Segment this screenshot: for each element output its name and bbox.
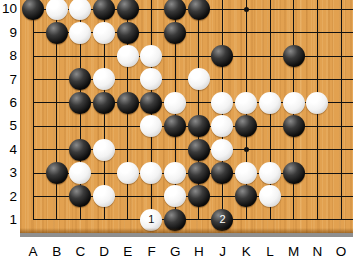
intersection-l2[interactable] [258, 185, 282, 208]
intersection-j5[interactable] [211, 115, 235, 138]
intersection-g3[interactable] [163, 161, 187, 184]
intersection-d7[interactable] [92, 68, 116, 91]
intersection-a3[interactable] [21, 161, 45, 184]
white-stone-j4 [211, 139, 233, 161]
intersection-c2[interactable] [69, 185, 93, 208]
intersection-f10[interactable] [140, 0, 164, 21]
black-stone-m3 [283, 162, 305, 184]
row-label-10: 10 [0, 1, 17, 17]
intersection-j7[interactable] [211, 68, 235, 91]
col-label-b: B [48, 244, 66, 259]
intersection-c9[interactable] [69, 21, 93, 44]
intersection-o7[interactable] [329, 68, 353, 91]
intersection-d10[interactable] [92, 0, 116, 21]
row-label-7: 7 [0, 72, 17, 88]
white-stone-d9 [93, 22, 115, 44]
row-label-2: 2 [0, 189, 17, 205]
intersection-j4[interactable] [211, 138, 235, 161]
col-label-g: G [166, 244, 184, 259]
row-label-8: 8 [0, 48, 17, 64]
black-stone-g10 [164, 0, 186, 20]
intersection-g5[interactable] [163, 115, 187, 138]
intersection-a7[interactable] [21, 68, 45, 91]
white-stone-e3 [117, 162, 139, 184]
intersection-o5[interactable] [329, 115, 353, 138]
intersection-e5[interactable] [116, 115, 140, 138]
white-stone-k3 [235, 162, 257, 184]
intersection-k8[interactable] [234, 44, 258, 67]
intersection-m9[interactable] [282, 21, 306, 44]
col-label-a: A [24, 244, 42, 259]
intersection-j8[interactable] [211, 44, 235, 67]
move-number-label: 1 [148, 214, 154, 225]
row-label-4: 4 [0, 142, 17, 158]
intersection-n5[interactable] [305, 115, 329, 138]
black-stone-c7 [69, 68, 91, 90]
go-board: 12 [20, 0, 353, 233]
intersection-e7[interactable] [116, 68, 140, 91]
intersection-l6[interactable] [258, 91, 282, 114]
black-stone-c2 [69, 185, 91, 207]
intersection-m6[interactable] [282, 91, 306, 114]
white-stone-l3 [259, 162, 281, 184]
intersection-n7[interactable] [305, 68, 329, 91]
intersection-h3[interactable] [187, 161, 211, 184]
intersection-g2[interactable] [163, 185, 187, 208]
intersection-e10[interactable] [116, 0, 140, 21]
intersection-m7[interactable] [282, 68, 306, 91]
intersection-e8[interactable] [116, 44, 140, 67]
row-label-3: 3 [0, 165, 17, 181]
intersection-o9[interactable] [329, 21, 353, 44]
intersection-a10[interactable] [21, 0, 45, 21]
black-stone-c6 [69, 92, 91, 114]
black-stone-g5 [164, 115, 186, 137]
go-diagram: 12 10987654321 ABCDEFGHJKLMNO [0, 0, 353, 260]
intersection-k3[interactable] [234, 161, 258, 184]
col-label-j: J [214, 244, 232, 259]
intersection-h8[interactable] [187, 44, 211, 67]
intersection-n3[interactable] [305, 161, 329, 184]
white-stone-b10 [46, 0, 68, 20]
intersection-k2[interactable] [234, 185, 258, 208]
black-stone-e6 [117, 92, 139, 114]
intersection-a6[interactable] [21, 91, 45, 114]
black-stone-a10 [22, 0, 44, 20]
col-label-e: E [119, 244, 137, 259]
intersection-a4[interactable] [21, 138, 45, 161]
intersection-f3[interactable] [140, 161, 164, 184]
black-stone-h2 [188, 185, 210, 207]
white-stone-g2 [164, 185, 186, 207]
col-label-k: K [237, 244, 255, 259]
intersection-k6[interactable] [234, 91, 258, 114]
intersection-f9[interactable] [140, 21, 164, 44]
intersection-h5[interactable] [187, 115, 211, 138]
col-label-c: C [71, 244, 89, 259]
intersection-m3[interactable] [282, 161, 306, 184]
intersection-h10[interactable] [187, 0, 211, 21]
col-label-n: N [308, 244, 326, 259]
intersection-o8[interactable] [329, 44, 353, 67]
intersection-b10[interactable] [45, 0, 69, 21]
board-shadow [20, 233, 353, 237]
black-stone-d6 [93, 92, 115, 114]
col-label-m: M [285, 244, 303, 259]
black-stone-f6 [140, 92, 162, 114]
white-stone-l2 [259, 185, 281, 207]
intersection-c10[interactable] [69, 0, 93, 21]
white-stone-d4 [93, 139, 115, 161]
intersection-d4[interactable] [92, 138, 116, 161]
intersection-a9[interactable] [21, 21, 45, 44]
intersection-d9[interactable] [92, 21, 116, 44]
white-stone-c10 [69, 0, 91, 20]
intersection-b3[interactable] [45, 161, 69, 184]
intersection-a2[interactable] [21, 185, 45, 208]
intersection-k9[interactable] [234, 21, 258, 44]
intersection-a8[interactable] [21, 44, 45, 67]
intersection-j6[interactable] [211, 91, 235, 114]
intersection-c5[interactable] [69, 115, 93, 138]
intersection-k5[interactable] [234, 115, 258, 138]
intersection-b8[interactable] [45, 44, 69, 67]
row-label-9: 9 [0, 25, 17, 41]
black-stone-e10 [117, 0, 139, 20]
intersection-d5[interactable] [92, 115, 116, 138]
white-stone-d7 [93, 68, 115, 90]
intersection-b2[interactable] [45, 185, 69, 208]
white-stone-f8 [140, 45, 162, 67]
intersection-g9[interactable] [163, 21, 187, 44]
white-stone-f7 [140, 68, 162, 90]
black-stone-m5 [283, 115, 305, 137]
intersection-e4[interactable] [116, 138, 140, 161]
intersection-h6[interactable] [187, 91, 211, 114]
intersection-o2[interactable] [329, 185, 353, 208]
white-stone-f3 [140, 162, 162, 184]
intersection-k4[interactable] [234, 138, 258, 161]
intersection-f7[interactable] [140, 68, 164, 91]
row-label-1: 1 [0, 212, 17, 228]
col-label-o: O [332, 244, 350, 259]
white-stone-e8 [117, 45, 139, 67]
black-stone-m8 [283, 45, 305, 67]
row-label-5: 5 [0, 118, 17, 134]
black-stone-j3 [211, 162, 233, 184]
intersection-g10[interactable] [163, 0, 187, 21]
black-stone-c4 [69, 139, 91, 161]
white-stone-f5 [140, 115, 162, 137]
black-stone-b9 [46, 22, 68, 44]
intersection-b5[interactable] [45, 115, 69, 138]
intersection-g6[interactable] [163, 91, 187, 114]
intersection-m4[interactable] [282, 138, 306, 161]
col-label-h: H [190, 244, 208, 259]
intersection-n10[interactable] [305, 0, 329, 21]
intersection-l3[interactable] [258, 161, 282, 184]
col-label-d: D [95, 244, 113, 259]
intersection-n8[interactable] [305, 44, 329, 67]
intersection-c3[interactable] [69, 161, 93, 184]
intersection-f4[interactable] [140, 138, 164, 161]
intersection-m2[interactable] [282, 185, 306, 208]
intersection-c7[interactable] [69, 68, 93, 91]
black-stone-j8 [211, 45, 233, 67]
intersection-b4[interactable] [45, 138, 69, 161]
intersection-j2[interactable] [211, 185, 235, 208]
intersection-m8[interactable] [282, 44, 306, 67]
intersection-n9[interactable] [305, 21, 329, 44]
intersection-l9[interactable] [258, 21, 282, 44]
white-stone-g3 [164, 162, 186, 184]
black-stone-b3 [46, 162, 68, 184]
black-stone-e9 [117, 22, 139, 44]
intersection-o6[interactable] [329, 91, 353, 114]
intersection-c8[interactable] [69, 44, 93, 67]
intersection-h2[interactable] [187, 185, 211, 208]
intersection-e9[interactable] [116, 21, 140, 44]
white-stone-l6 [259, 92, 281, 114]
intersection-l7[interactable] [258, 68, 282, 91]
black-stone-h10 [188, 0, 210, 20]
white-stone-m6 [283, 92, 305, 114]
intersection-m10[interactable] [282, 0, 306, 21]
intersection-o4[interactable] [329, 138, 353, 161]
white-stone-j6 [211, 92, 233, 114]
intersection-h4[interactable] [187, 138, 211, 161]
white-stone-c3 [69, 162, 91, 184]
intersection-o3[interactable] [329, 161, 353, 184]
intersection-d2[interactable] [92, 185, 116, 208]
move-number-label: 2 [219, 214, 225, 225]
white-stone-h7 [188, 68, 210, 90]
intersection-f5[interactable] [140, 115, 164, 138]
intersection-e2[interactable] [116, 185, 140, 208]
black-stone-d10 [93, 0, 115, 20]
intersection-m5[interactable] [282, 115, 306, 138]
white-stone-n6 [306, 92, 328, 114]
intersection-e6[interactable] [116, 91, 140, 114]
white-stone-d2 [93, 185, 115, 207]
intersection-d6[interactable] [92, 91, 116, 114]
white-stone-k6 [235, 92, 257, 114]
intersection-g4[interactable] [163, 138, 187, 161]
intersection-h9[interactable] [187, 21, 211, 44]
intersection-j10[interactable] [211, 0, 235, 21]
intersection-f8[interactable] [140, 44, 164, 67]
black-stone-h3 [188, 162, 210, 184]
row-label-6: 6 [0, 95, 17, 111]
intersection-b7[interactable] [45, 68, 69, 91]
intersection-j3[interactable] [211, 161, 235, 184]
intersection-c4[interactable] [69, 138, 93, 161]
intersection-b6[interactable] [45, 91, 69, 114]
board-intersections: 12 [21, 0, 353, 232]
black-stone-k5 [235, 115, 257, 137]
intersection-n6[interactable] [305, 91, 329, 114]
black-stone-g9 [164, 22, 186, 44]
intersection-g7[interactable] [163, 68, 187, 91]
intersection-l4[interactable] [258, 138, 282, 161]
black-stone-k2 [235, 185, 257, 207]
intersection-l5[interactable] [258, 115, 282, 138]
intersection-b9[interactable] [45, 21, 69, 44]
white-stone-c9 [69, 22, 91, 44]
intersection-k10[interactable] [234, 0, 258, 21]
black-stone-h5 [188, 115, 210, 137]
intersection-n2[interactable] [305, 185, 329, 208]
col-label-l: L [261, 244, 279, 259]
intersection-h7[interactable] [187, 68, 211, 91]
intersection-d3[interactable] [92, 161, 116, 184]
intersection-d8[interactable] [92, 44, 116, 67]
intersection-f2[interactable] [140, 185, 164, 208]
intersection-n4[interactable] [305, 138, 329, 161]
intersection-j9[interactable] [211, 21, 235, 44]
intersection-k7[interactable] [234, 68, 258, 91]
col-label-f: F [143, 244, 161, 259]
black-stone-h4 [188, 139, 210, 161]
intersection-f6[interactable] [140, 91, 164, 114]
white-stone-j5 [211, 115, 233, 137]
intersection-l10[interactable] [258, 0, 282, 21]
intersection-l8[interactable] [258, 44, 282, 67]
intersection-a5[interactable] [21, 115, 45, 138]
intersection-g8[interactable] [163, 44, 187, 67]
intersection-e3[interactable] [116, 161, 140, 184]
white-stone-g6 [164, 92, 186, 114]
intersection-o10[interactable] [329, 0, 353, 21]
intersection-c6[interactable] [69, 91, 93, 114]
